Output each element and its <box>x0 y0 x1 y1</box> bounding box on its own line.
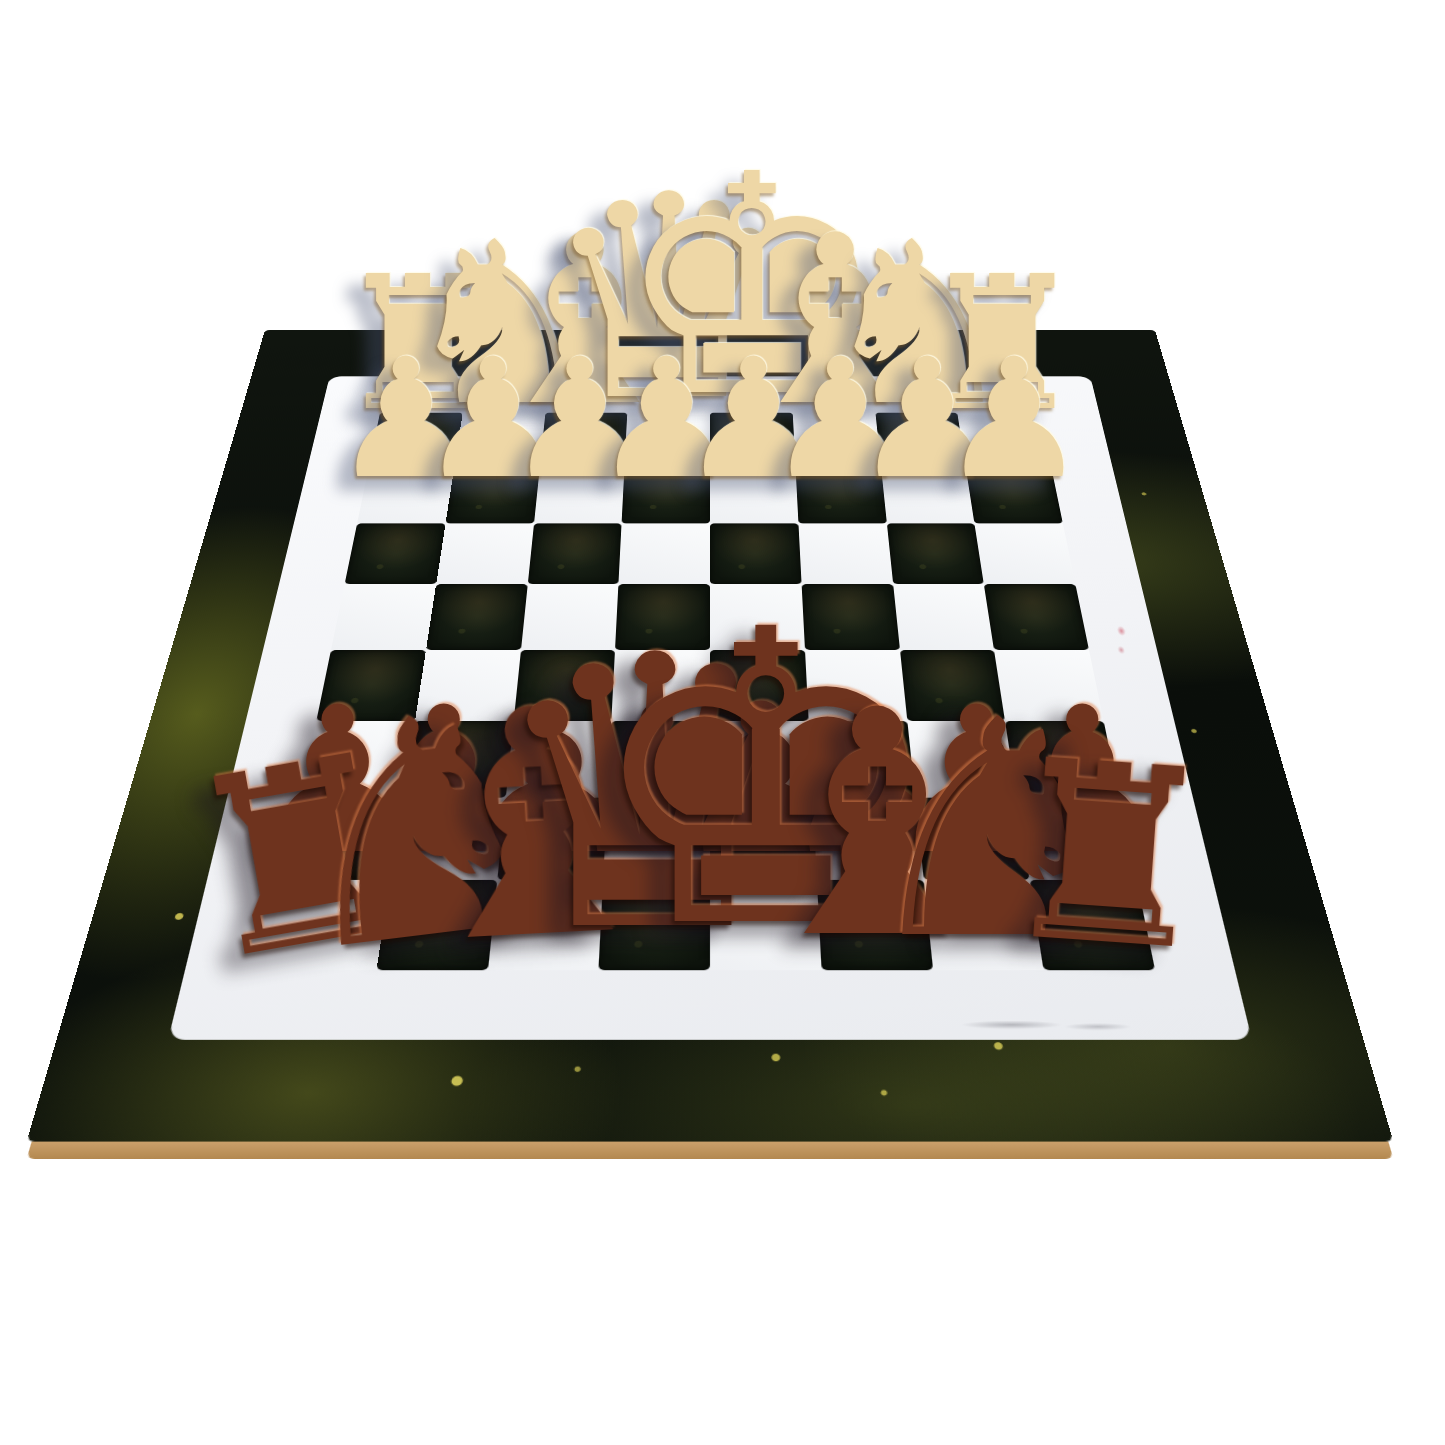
board-square <box>710 797 817 880</box>
board-square <box>390 797 505 880</box>
chess-board <box>171 111 1249 1189</box>
board-square <box>923 880 1044 970</box>
board-square <box>615 584 710 650</box>
board-square <box>608 721 710 797</box>
board-square <box>376 880 497 970</box>
board-square <box>1030 880 1155 970</box>
board-square <box>426 584 528 650</box>
board-square <box>619 523 710 584</box>
board-square <box>436 523 534 584</box>
board-square <box>622 466 710 523</box>
board-square <box>521 584 619 650</box>
board-square <box>710 466 798 523</box>
board-square <box>805 650 907 721</box>
board-square <box>454 413 545 466</box>
board-square <box>1005 721 1119 797</box>
board-square <box>975 523 1076 584</box>
cardboard-edge <box>27 1142 1394 1159</box>
board-square <box>497 797 608 880</box>
board-square <box>710 880 821 970</box>
board-square <box>527 523 622 584</box>
board-square <box>513 650 615 721</box>
board-surface <box>27 330 1394 1142</box>
board-square <box>893 584 995 650</box>
board-square <box>798 523 893 584</box>
board-square <box>801 584 899 650</box>
board-square <box>915 797 1030 880</box>
board-square <box>345 523 446 584</box>
chess-photo-scene: ♜♞♝♛♚♝♞♜♟♟♟♟♟♟♟♟♟♟♟♟♟♟♟♟♜♞♝♛♚♝♞♜ <box>0 0 1445 1445</box>
board-square <box>1017 797 1136 880</box>
board-square <box>710 721 812 797</box>
board-square <box>539 413 627 466</box>
board-square <box>331 584 436 650</box>
board-square <box>994 650 1103 721</box>
board-square <box>875 413 966 466</box>
board-square <box>907 721 1017 797</box>
board-square <box>403 721 513 797</box>
board-square <box>795 466 886 523</box>
board-square <box>886 523 984 584</box>
board-square <box>612 650 710 721</box>
board-square <box>881 466 975 523</box>
board-square <box>900 650 1006 721</box>
board-square <box>283 797 402 880</box>
board-square <box>505 721 611 797</box>
board-square <box>357 466 454 523</box>
board-square <box>710 650 808 721</box>
board-square <box>812 797 923 880</box>
board-grid <box>265 413 1155 971</box>
board-square <box>415 650 521 721</box>
board-square <box>966 466 1063 523</box>
board-square <box>301 721 415 797</box>
board-square <box>808 721 914 797</box>
board-square <box>957 413 1051 466</box>
board-square <box>603 797 710 880</box>
board-square <box>710 584 805 650</box>
board-square <box>599 880 710 970</box>
board-square <box>625 413 710 466</box>
board-square <box>817 880 933 970</box>
board-square <box>792 413 880 466</box>
board-square <box>316 650 425 721</box>
board-square <box>445 466 539 523</box>
board-square <box>534 466 625 523</box>
board-square <box>265 880 390 970</box>
board-square <box>710 523 801 584</box>
board-square <box>984 584 1089 650</box>
board-square <box>369 413 463 466</box>
board-square <box>710 413 795 466</box>
board-square <box>487 880 603 970</box>
